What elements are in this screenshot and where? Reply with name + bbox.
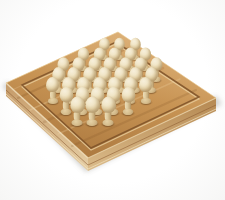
peg-head: [85, 96, 99, 113]
peg-base: [123, 109, 134, 115]
peg-r5-c5[interactable]: [120, 87, 137, 115]
peg-base: [87, 119, 98, 125]
peg-field: [0, 0, 225, 200]
peg-r6-c3[interactable]: [83, 96, 101, 126]
peg-head: [139, 77, 152, 92]
peg-solitaire-photo: [0, 0, 225, 200]
peg-base: [48, 98, 58, 104]
peg-head: [121, 87, 135, 103]
peg-base: [102, 119, 113, 125]
peg-base: [71, 119, 82, 125]
peg-r4-c6[interactable]: [138, 77, 154, 104]
peg-base: [141, 98, 151, 104]
peg-r6-c4[interactable]: [99, 96, 117, 126]
peg-head: [69, 96, 83, 113]
peg-head: [100, 96, 114, 113]
